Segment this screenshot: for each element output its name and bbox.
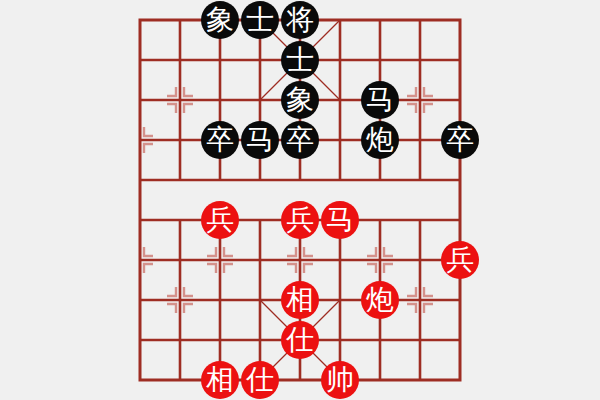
board-pieces: 象士将士象马卒马卒炮卒兵兵马兵相炮仕相仕帅 [120,0,480,400]
piece-black-cannon[interactable]: 炮 [361,121,399,159]
xiangqi-board: 象士将士象马卒马卒炮卒兵兵马兵相炮仕相仕帅 [0,0,600,400]
piece-black-advisor[interactable]: 士 [281,41,319,79]
piece-red-advisor[interactable]: 仕 [241,361,279,399]
piece-black-general[interactable]: 将 [281,1,319,39]
piece-black-horse[interactable]: 马 [241,121,279,159]
piece-black-pawn[interactable]: 卒 [201,121,239,159]
piece-black-elephant[interactable]: 象 [281,81,319,119]
piece-red-advisor[interactable]: 仕 [281,321,319,359]
piece-red-pawn[interactable]: 兵 [201,201,239,239]
piece-red-elephant[interactable]: 相 [201,361,239,399]
piece-black-elephant[interactable]: 象 [201,1,239,39]
piece-red-horse[interactable]: 马 [321,201,359,239]
piece-black-advisor[interactable]: 士 [241,1,279,39]
piece-red-pawn[interactable]: 兵 [441,241,479,279]
piece-black-pawn[interactable]: 卒 [441,121,479,159]
piece-red-king[interactable]: 帅 [321,361,359,399]
piece-red-pawn[interactable]: 兵 [281,201,319,239]
piece-black-pawn[interactable]: 卒 [281,121,319,159]
piece-red-elephant[interactable]: 相 [281,281,319,319]
piece-red-cannon[interactable]: 炮 [361,281,399,319]
piece-black-horse[interactable]: 马 [361,81,399,119]
